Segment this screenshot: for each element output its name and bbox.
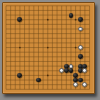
white-stone[interactable] (78, 27, 83, 32)
black-stone[interactable] (78, 17, 83, 22)
black-stone[interactable] (36, 78, 41, 83)
white-stone[interactable] (78, 45, 83, 50)
black-stone[interactable] (69, 68, 74, 73)
go-board[interactable] (2, 2, 95, 94)
stone-layer (3, 3, 94, 93)
white-stone[interactable] (73, 82, 78, 87)
black-stone[interactable] (17, 73, 22, 78)
black-stone[interactable] (69, 13, 74, 18)
black-stone[interactable] (17, 17, 22, 22)
white-stone[interactable] (82, 68, 87, 73)
black-stone[interactable] (78, 54, 83, 59)
white-stone[interactable] (82, 82, 87, 87)
